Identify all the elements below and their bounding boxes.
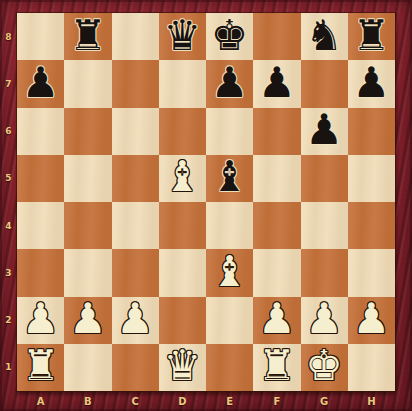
square-a1[interactable]: ♜ — [17, 344, 64, 391]
square-a3[interactable] — [17, 249, 64, 296]
square-e2[interactable] — [206, 297, 253, 344]
rank-label-4: 4 — [0, 202, 17, 249]
square-a4[interactable] — [17, 202, 64, 249]
square-c2[interactable]: ♟ — [112, 297, 159, 344]
rank-label-6: 6 — [0, 108, 17, 155]
square-d8[interactable]: ♛ — [159, 13, 206, 60]
rank-label-5: 5 — [0, 155, 17, 202]
square-g8[interactable]: ♞ — [301, 13, 348, 60]
piece-black-king[interactable]: ♚ — [211, 15, 249, 57]
square-b7[interactable] — [64, 60, 111, 107]
square-a8[interactable] — [17, 13, 64, 60]
square-g3[interactable] — [301, 249, 348, 296]
file-label-h: H — [348, 391, 395, 411]
square-b6[interactable] — [64, 108, 111, 155]
file-label-f: F — [253, 391, 300, 411]
square-f5[interactable] — [253, 155, 300, 202]
square-e5[interactable]: ♝ — [206, 155, 253, 202]
piece-white-pawn[interactable]: ♟ — [258, 298, 296, 340]
square-c8[interactable] — [112, 13, 159, 60]
square-d4[interactable] — [159, 202, 206, 249]
file-label-e: E — [206, 391, 253, 411]
square-c7[interactable] — [112, 60, 159, 107]
rank-labels: 87654321 — [0, 13, 17, 391]
square-f1[interactable]: ♜ — [253, 344, 300, 391]
square-g7[interactable] — [301, 60, 348, 107]
square-c5[interactable] — [112, 155, 159, 202]
piece-white-pawn[interactable]: ♟ — [305, 298, 343, 340]
piece-black-queen[interactable]: ♛ — [164, 15, 202, 57]
square-f4[interactable] — [253, 202, 300, 249]
square-d1[interactable]: ♛ — [159, 344, 206, 391]
square-c1[interactable] — [112, 344, 159, 391]
square-a7[interactable]: ♟ — [17, 60, 64, 107]
square-h4[interactable] — [348, 202, 395, 249]
chess-board-window: 87654321 ♜♛♚♞♜♟♟♟♟♟♝♝♝♟♟♟♟♟♟♜♛♜♚ ABCDEFG… — [0, 0, 412, 411]
square-a6[interactable] — [17, 108, 64, 155]
piece-white-pawn[interactable]: ♟ — [116, 298, 154, 340]
square-h7[interactable]: ♟ — [348, 60, 395, 107]
square-g4[interactable] — [301, 202, 348, 249]
square-b3[interactable] — [64, 249, 111, 296]
chess-board: ♜♛♚♞♜♟♟♟♟♟♝♝♝♟♟♟♟♟♟♜♛♜♚ — [17, 13, 395, 391]
piece-white-queen[interactable]: ♛ — [164, 345, 202, 387]
piece-black-pawn[interactable]: ♟ — [353, 62, 391, 104]
rank-label-1: 1 — [0, 344, 17, 391]
square-f2[interactable]: ♟ — [253, 297, 300, 344]
piece-white-pawn[interactable]: ♟ — [69, 298, 107, 340]
square-g2[interactable]: ♟ — [301, 297, 348, 344]
piece-black-rook[interactable]: ♜ — [69, 15, 107, 57]
piece-black-pawn[interactable]: ♟ — [22, 62, 60, 104]
piece-black-pawn[interactable]: ♟ — [211, 62, 249, 104]
square-f3[interactable] — [253, 249, 300, 296]
square-b1[interactable] — [64, 344, 111, 391]
piece-white-king[interactable]: ♚ — [305, 345, 343, 387]
square-e8[interactable]: ♚ — [206, 13, 253, 60]
file-label-a: A — [17, 391, 64, 411]
square-h2[interactable]: ♟ — [348, 297, 395, 344]
square-h5[interactable] — [348, 155, 395, 202]
square-b8[interactable]: ♜ — [64, 13, 111, 60]
piece-white-bishop[interactable]: ♝ — [164, 156, 202, 198]
square-c6[interactable] — [112, 108, 159, 155]
piece-white-bishop[interactable]: ♝ — [211, 251, 249, 293]
square-d2[interactable] — [159, 297, 206, 344]
piece-black-knight[interactable]: ♞ — [305, 15, 343, 57]
square-h6[interactable] — [348, 108, 395, 155]
square-f8[interactable] — [253, 13, 300, 60]
square-h3[interactable] — [348, 249, 395, 296]
rank-label-3: 3 — [0, 249, 17, 296]
square-e4[interactable] — [206, 202, 253, 249]
square-c3[interactable] — [112, 249, 159, 296]
square-e3[interactable]: ♝ — [206, 249, 253, 296]
square-d6[interactable] — [159, 108, 206, 155]
square-a5[interactable] — [17, 155, 64, 202]
file-label-d: D — [159, 391, 206, 411]
file-labels: ABCDEFGH — [17, 391, 395, 411]
file-label-b: B — [64, 391, 111, 411]
square-h1[interactable] — [348, 344, 395, 391]
square-f6[interactable] — [253, 108, 300, 155]
square-f7[interactable]: ♟ — [253, 60, 300, 107]
square-a2[interactable]: ♟ — [17, 297, 64, 344]
piece-black-bishop[interactable]: ♝ — [211, 156, 249, 198]
square-d3[interactable] — [159, 249, 206, 296]
piece-black-pawn[interactable]: ♟ — [305, 109, 343, 151]
piece-white-rook[interactable]: ♜ — [22, 345, 60, 387]
piece-black-rook[interactable]: ♜ — [353, 15, 391, 57]
square-e7[interactable]: ♟ — [206, 60, 253, 107]
square-d7[interactable] — [159, 60, 206, 107]
file-label-c: C — [112, 391, 159, 411]
square-d5[interactable]: ♝ — [159, 155, 206, 202]
square-e6[interactable] — [206, 108, 253, 155]
square-g6[interactable]: ♟ — [301, 108, 348, 155]
square-e1[interactable] — [206, 344, 253, 391]
rank-label-2: 2 — [0, 297, 17, 344]
piece-black-pawn[interactable]: ♟ — [258, 62, 296, 104]
rank-label-7: 7 — [0, 60, 17, 107]
file-label-g: G — [301, 391, 348, 411]
piece-white-pawn[interactable]: ♟ — [353, 298, 391, 340]
square-g1[interactable]: ♚ — [301, 344, 348, 391]
square-b5[interactable] — [64, 155, 111, 202]
piece-white-pawn[interactable]: ♟ — [22, 298, 60, 340]
square-b2[interactable]: ♟ — [64, 297, 111, 344]
square-h8[interactable]: ♜ — [348, 13, 395, 60]
square-g5[interactable] — [301, 155, 348, 202]
square-b4[interactable] — [64, 202, 111, 249]
rank-label-8: 8 — [0, 13, 17, 60]
piece-white-rook[interactable]: ♜ — [258, 345, 296, 387]
square-c4[interactable] — [112, 202, 159, 249]
